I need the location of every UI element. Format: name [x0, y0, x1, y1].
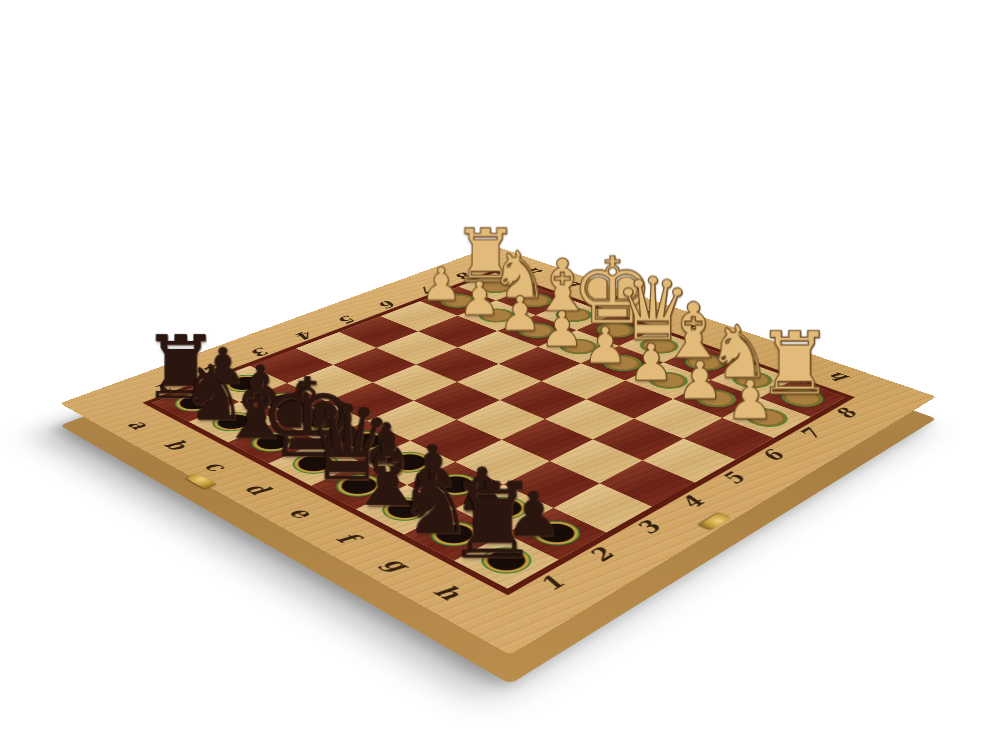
- square-e5[interactable]: [500, 381, 587, 419]
- product-photo-scene: abcdefgh abcdefgh 12345678 12345678 ♜♞♝♚…: [0, 0, 1000, 750]
- piece-dark-rook[interactable]: ♜: [446, 468, 521, 573]
- file-label-d: d: [225, 472, 290, 505]
- file-label-b: b: [147, 430, 207, 460]
- chess-board: abcdefgh abcdefgh 12345678 12345678 ♜♞♝♚…: [60, 246, 937, 655]
- piece-light-pawn[interactable]: ♟: [718, 373, 781, 427]
- board-grid: ♜♞♝♚♛♝♞♜♟♟♟♟♟♟♟♟♟♟♟♟♟♟♟♟♜♞♝♚♛♝♞♜: [142, 270, 855, 595]
